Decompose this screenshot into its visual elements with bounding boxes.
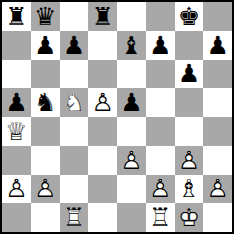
square-b2[interactable]: ♟♙ — [31, 175, 60, 204]
piece-black-pawn-icon: ♟ — [2, 88, 31, 117]
square-a5[interactable]: ♟ — [2, 88, 31, 117]
square-c4[interactable] — [60, 117, 89, 146]
chess-board: ♜♛♜♚♟♟♝♟♟♟♟♞♞♘♟♙♟♛♕♟♙♟♙♟♙♟♙♟♙♝♗♟♙♜♖♜♖♚♔ — [0, 0, 234, 234]
piece-black-rook-icon: ♜ — [2, 2, 31, 31]
piece-black-pawn-icon: ♟ — [175, 60, 204, 89]
square-a1[interactable] — [2, 203, 31, 232]
piece-black-pawn-icon: ♟ — [117, 88, 146, 117]
piece-black-pawn-icon: ♟ — [203, 31, 232, 60]
piece-white-bishop-icon: ♗ — [175, 175, 204, 204]
square-e3[interactable]: ♟♙ — [117, 146, 146, 175]
piece-black-pawn-icon: ♟ — [146, 31, 175, 60]
square-g1[interactable]: ♚♔ — [175, 203, 204, 232]
square-g3[interactable]: ♟♙ — [175, 146, 204, 175]
square-f5[interactable] — [146, 88, 175, 117]
piece-black-king-icon: ♚ — [175, 2, 204, 31]
square-b3[interactable] — [31, 146, 60, 175]
square-g6[interactable]: ♟ — [175, 60, 204, 89]
square-f3[interactable] — [146, 146, 175, 175]
square-e1[interactable] — [117, 203, 146, 232]
piece-white-pawn-icon: ♙ — [203, 175, 232, 204]
piece-white-pawn-icon: ♙ — [146, 175, 175, 204]
square-f1[interactable]: ♜♖ — [146, 203, 175, 232]
square-b7[interactable]: ♟ — [31, 31, 60, 60]
square-h5[interactable] — [203, 88, 232, 117]
square-c8[interactable] — [60, 2, 89, 31]
piece-white-knight-icon: ♘ — [60, 88, 89, 117]
square-d8[interactable]: ♜ — [88, 2, 117, 31]
square-a8[interactable]: ♜ — [2, 2, 31, 31]
piece-white-pawn-icon: ♙ — [31, 175, 60, 204]
square-h4[interactable] — [203, 117, 232, 146]
square-f8[interactable] — [146, 2, 175, 31]
square-c7[interactable]: ♟ — [60, 31, 89, 60]
square-a6[interactable] — [2, 60, 31, 89]
piece-black-bishop-icon: ♝ — [117, 31, 146, 60]
piece-black-queen-icon: ♛ — [31, 2, 60, 31]
square-d3[interactable] — [88, 146, 117, 175]
square-e4[interactable] — [117, 117, 146, 146]
square-h6[interactable] — [203, 60, 232, 89]
square-d5[interactable]: ♟♙ — [88, 88, 117, 117]
square-c6[interactable] — [60, 60, 89, 89]
piece-black-knight-icon: ♞ — [31, 88, 60, 117]
square-e6[interactable] — [117, 60, 146, 89]
square-f2[interactable]: ♟♙ — [146, 175, 175, 204]
square-g2[interactable]: ♝♗ — [175, 175, 204, 204]
piece-black-pawn-icon: ♟ — [60, 31, 89, 60]
square-c3[interactable] — [60, 146, 89, 175]
square-g7[interactable] — [175, 31, 204, 60]
square-d6[interactable] — [88, 60, 117, 89]
square-h2[interactable]: ♟♙ — [203, 175, 232, 204]
square-b6[interactable] — [31, 60, 60, 89]
square-c1[interactable]: ♜♖ — [60, 203, 89, 232]
square-e2[interactable] — [117, 175, 146, 204]
piece-white-king-icon: ♔ — [175, 203, 204, 232]
piece-white-rook-icon: ♖ — [146, 203, 175, 232]
square-c2[interactable] — [60, 175, 89, 204]
square-d1[interactable] — [88, 203, 117, 232]
square-g4[interactable] — [175, 117, 204, 146]
piece-white-pawn-icon: ♙ — [88, 88, 117, 117]
square-e7[interactable]: ♝ — [117, 31, 146, 60]
piece-white-pawn-icon: ♙ — [175, 146, 204, 175]
square-e8[interactable] — [117, 2, 146, 31]
square-b8[interactable]: ♛ — [31, 2, 60, 31]
piece-white-rook-icon: ♖ — [60, 203, 89, 232]
square-b5[interactable]: ♞ — [31, 88, 60, 117]
square-g5[interactable] — [175, 88, 204, 117]
piece-white-pawn-icon: ♙ — [2, 175, 31, 204]
piece-black-rook-icon: ♜ — [88, 2, 117, 31]
square-a7[interactable] — [2, 31, 31, 60]
square-d4[interactable] — [88, 117, 117, 146]
piece-white-pawn-icon: ♙ — [117, 146, 146, 175]
piece-black-pawn-icon: ♟ — [31, 31, 60, 60]
square-b4[interactable] — [31, 117, 60, 146]
square-f7[interactable]: ♟ — [146, 31, 175, 60]
square-g8[interactable]: ♚ — [175, 2, 204, 31]
square-h8[interactable] — [203, 2, 232, 31]
square-h7[interactable]: ♟ — [203, 31, 232, 60]
square-f6[interactable] — [146, 60, 175, 89]
square-d7[interactable] — [88, 31, 117, 60]
square-a3[interactable] — [2, 146, 31, 175]
square-a4[interactable]: ♛♕ — [2, 117, 31, 146]
square-h3[interactable] — [203, 146, 232, 175]
square-d2[interactable] — [88, 175, 117, 204]
piece-white-queen-icon: ♕ — [2, 117, 31, 146]
square-c5[interactable]: ♞♘ — [60, 88, 89, 117]
square-f4[interactable] — [146, 117, 175, 146]
square-a2[interactable]: ♟♙ — [2, 175, 31, 204]
square-h1[interactable] — [203, 203, 232, 232]
square-e5[interactable]: ♟ — [117, 88, 146, 117]
square-b1[interactable] — [31, 203, 60, 232]
